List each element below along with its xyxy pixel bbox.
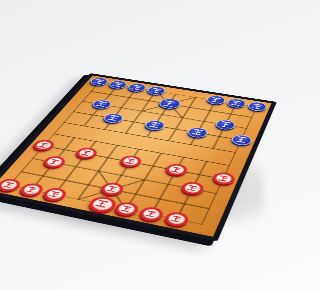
piece-character-仕 (106, 186, 118, 193)
piece-character-炮 (187, 185, 198, 192)
piece-character-炮 (49, 159, 61, 165)
piece-character-兵 (171, 167, 182, 173)
piece-character-將 (162, 100, 176, 107)
photo-backdrop (0, 0, 290, 290)
piece-character-砲 (95, 101, 108, 107)
piece-character-相 (145, 210, 157, 217)
piece-character-車 (3, 182, 15, 188)
piece-character-帥 (95, 200, 110, 208)
piece-character-兵 (125, 158, 136, 164)
piece-character-卒 (191, 129, 204, 136)
piece-character-兵 (218, 175, 229, 181)
piece-character-兵 (38, 143, 49, 149)
piece-character-卒 (235, 136, 248, 143)
piece-character-砲 (219, 121, 232, 128)
piece-character-車 (251, 103, 263, 109)
piece-character-象 (210, 97, 222, 103)
piece-character-仕 (120, 205, 132, 212)
piece-character-象 (131, 85, 143, 91)
piece-character-車 (93, 79, 105, 84)
piece-character-馬 (26, 186, 38, 193)
piece-character-兵 (81, 150, 92, 156)
piece-character-馬 (231, 100, 243, 106)
piece-character-相 (49, 191, 61, 198)
piece-character-馬 (112, 82, 124, 87)
piece-character-卒 (107, 115, 120, 121)
piece-character-士 (150, 88, 162, 94)
piece-character-馬 (171, 215, 183, 222)
piece-character-卒 (148, 122, 161, 129)
